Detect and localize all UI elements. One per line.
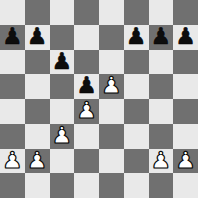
square-h5[interactable]	[173, 74, 198, 99]
square-d6[interactable]	[74, 50, 99, 75]
piece-black-pawn[interactable]: ♟	[27, 24, 48, 49]
square-h4[interactable]	[173, 99, 198, 124]
square-g4[interactable]	[149, 99, 174, 124]
square-e2[interactable]	[99, 149, 124, 174]
square-b6[interactable]	[25, 50, 50, 75]
square-b3[interactable]	[25, 124, 50, 149]
piece-white-pawn[interactable]: ♟	[27, 148, 48, 173]
square-c8[interactable]	[50, 0, 75, 25]
square-f3[interactable]	[124, 124, 149, 149]
square-b8[interactable]	[25, 0, 50, 25]
square-g3[interactable]	[149, 124, 174, 149]
square-d4[interactable]: ♟	[74, 99, 99, 124]
square-e1[interactable]	[99, 173, 124, 198]
square-h7[interactable]: ♟	[173, 25, 198, 50]
piece-white-pawn[interactable]: ♟	[2, 148, 23, 173]
square-g2[interactable]: ♟	[149, 149, 174, 174]
square-b7[interactable]: ♟	[25, 25, 50, 50]
square-f5[interactable]	[124, 74, 149, 99]
square-b4[interactable]	[25, 99, 50, 124]
square-d2[interactable]	[74, 149, 99, 174]
square-a5[interactable]	[0, 74, 25, 99]
square-d3[interactable]	[74, 124, 99, 149]
square-h1[interactable]	[173, 173, 198, 198]
square-h8[interactable]	[173, 0, 198, 25]
square-a4[interactable]	[0, 99, 25, 124]
square-f8[interactable]	[124, 0, 149, 25]
piece-black-pawn[interactable]: ♟	[151, 24, 172, 49]
square-b1[interactable]	[25, 173, 50, 198]
square-c1[interactable]	[50, 173, 75, 198]
square-g5[interactable]	[149, 74, 174, 99]
square-c6[interactable]: ♟	[50, 50, 75, 75]
square-h6[interactable]	[173, 50, 198, 75]
square-e7[interactable]	[99, 25, 124, 50]
square-d1[interactable]	[74, 173, 99, 198]
square-a6[interactable]	[0, 50, 25, 75]
piece-white-pawn[interactable]: ♟	[151, 148, 172, 173]
square-b2[interactable]: ♟	[25, 149, 50, 174]
square-a1[interactable]	[0, 173, 25, 198]
square-g6[interactable]	[149, 50, 174, 75]
square-f6[interactable]	[124, 50, 149, 75]
square-h3[interactable]	[173, 124, 198, 149]
square-a3[interactable]	[0, 124, 25, 149]
square-e3[interactable]	[99, 124, 124, 149]
square-g8[interactable]	[149, 0, 174, 25]
piece-black-pawn[interactable]: ♟	[52, 49, 73, 74]
piece-black-pawn[interactable]: ♟	[175, 24, 196, 49]
square-e6[interactable]	[99, 50, 124, 75]
square-g7[interactable]: ♟	[149, 25, 174, 50]
square-b5[interactable]	[25, 74, 50, 99]
square-f1[interactable]	[124, 173, 149, 198]
square-d8[interactable]	[74, 0, 99, 25]
square-a2[interactable]: ♟	[0, 149, 25, 174]
chess-board: ♟♟♟♟♟♟♟♟♟♟♟♟♟♟	[0, 0, 198, 198]
square-c7[interactable]	[50, 25, 75, 50]
square-c2[interactable]	[50, 149, 75, 174]
piece-black-pawn[interactable]: ♟	[126, 24, 147, 49]
square-a8[interactable]	[0, 0, 25, 25]
square-h2[interactable]: ♟	[173, 149, 198, 174]
square-a7[interactable]: ♟	[0, 25, 25, 50]
square-f2[interactable]	[124, 149, 149, 174]
piece-white-pawn[interactable]: ♟	[52, 123, 73, 148]
piece-white-pawn[interactable]: ♟	[76, 98, 97, 123]
square-c3[interactable]: ♟	[50, 124, 75, 149]
square-f7[interactable]: ♟	[124, 25, 149, 50]
square-e4[interactable]	[99, 99, 124, 124]
square-c5[interactable]	[50, 74, 75, 99]
piece-white-pawn[interactable]: ♟	[175, 148, 196, 173]
square-e8[interactable]	[99, 0, 124, 25]
square-f4[interactable]	[124, 99, 149, 124]
piece-black-pawn[interactable]: ♟	[2, 24, 23, 49]
square-d7[interactable]	[74, 25, 99, 50]
piece-white-pawn[interactable]: ♟	[101, 73, 122, 98]
square-c4[interactable]	[50, 99, 75, 124]
square-d5[interactable]: ♟	[74, 74, 99, 99]
piece-black-pawn[interactable]: ♟	[76, 73, 97, 98]
square-g1[interactable]	[149, 173, 174, 198]
square-e5[interactable]: ♟	[99, 74, 124, 99]
